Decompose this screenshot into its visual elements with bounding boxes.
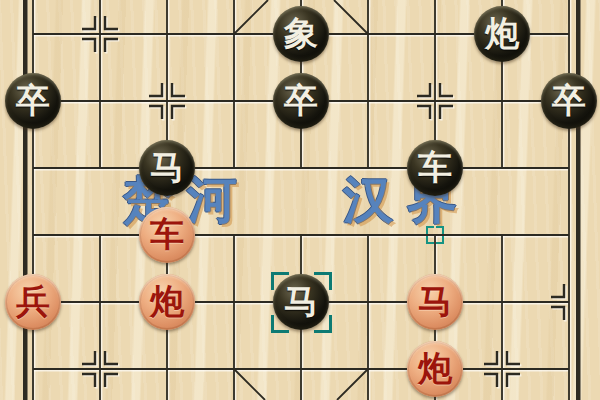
piece-disc: 车 — [139, 207, 195, 263]
black-cannon-piece[interactable]: 炮 — [469, 1, 536, 68]
piece-disc: 马 — [139, 140, 195, 196]
piece-glyph: 炮 — [150, 284, 184, 318]
black-elephant-piece[interactable]: 象 — [268, 1, 335, 68]
red-horse-piece[interactable]: 马 — [402, 269, 469, 336]
piece-disc: 兵 — [5, 274, 61, 330]
black-soldier-piece[interactable]: 卒 — [0, 68, 67, 135]
piece-disc: 炮 — [407, 341, 463, 397]
piece-glyph: 炮 — [418, 351, 452, 385]
black-soldier-piece[interactable]: 卒 — [268, 68, 335, 135]
piece-glyph: 车 — [150, 217, 184, 251]
piece-glyph: 兵 — [16, 284, 50, 318]
red-cannon-piece[interactable]: 炮 — [134, 269, 201, 336]
piece-disc: 卒 — [541, 73, 597, 129]
xiangqi-board: 楚河 汉界 象炮卒卒卒马车车兵炮马马炮 — [0, 0, 600, 400]
piece-disc: 象 — [273, 6, 329, 62]
piece-disc: 马 — [407, 274, 463, 330]
board-grid[interactable]: 象炮卒卒卒马车车兵炮马马炮 — [0, 1, 600, 400]
piece-glyph: 马 — [150, 150, 184, 184]
piece-disc: 车 — [407, 140, 463, 196]
red-cannon-piece[interactable]: 炮 — [402, 336, 469, 400]
black-horse-piece[interactable]: 马 — [268, 269, 335, 336]
red-soldier-piece[interactable]: 兵 — [0, 269, 67, 336]
piece-disc: 卒 — [5, 73, 61, 129]
piece-glyph: 卒 — [552, 83, 586, 117]
piece-glyph: 卒 — [284, 83, 318, 117]
piece-disc: 马 — [273, 274, 329, 330]
black-chariot-piece[interactable]: 车 — [402, 135, 469, 202]
piece-glyph: 卒 — [16, 83, 50, 117]
black-soldier-piece[interactable]: 卒 — [536, 68, 600, 135]
piece-glyph: 车 — [418, 150, 452, 184]
piece-glyph: 马 — [418, 284, 452, 318]
piece-disc: 炮 — [474, 6, 530, 62]
piece-disc: 卒 — [273, 73, 329, 129]
piece-glyph: 马 — [284, 284, 318, 318]
piece-glyph: 炮 — [485, 16, 519, 50]
black-horse-piece[interactable]: 马 — [134, 135, 201, 202]
red-chariot-piece[interactable]: 车 — [134, 202, 201, 269]
piece-disc: 炮 — [139, 274, 195, 330]
piece-glyph: 象 — [284, 16, 318, 50]
